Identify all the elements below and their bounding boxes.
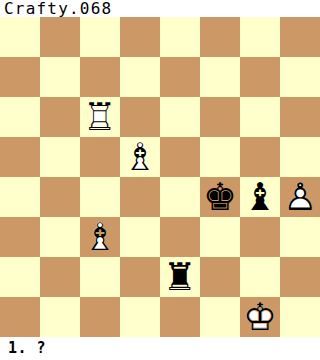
square-d4[interactable]	[120, 177, 160, 217]
square-g1[interactable]: ♚♔	[240, 297, 280, 337]
square-g2[interactable]	[240, 257, 280, 297]
white-bishop-icon[interactable]: ♝♗	[120, 137, 160, 177]
square-f5[interactable]	[200, 137, 240, 177]
square-g8[interactable]	[240, 17, 280, 57]
square-c8[interactable]	[80, 17, 120, 57]
white-bishop-icon[interactable]: ♝♗	[80, 217, 120, 257]
square-c4[interactable]	[80, 177, 120, 217]
black-king-icon[interactable]: ♚	[200, 177, 240, 217]
piece-glyph: ♔	[243, 298, 277, 336]
square-g3[interactable]	[240, 217, 280, 257]
square-g7[interactable]	[240, 57, 280, 97]
square-b5[interactable]	[40, 137, 80, 177]
square-h8[interactable]	[280, 17, 320, 57]
square-e4[interactable]	[160, 177, 200, 217]
square-h2[interactable]	[280, 257, 320, 297]
black-bishop-icon[interactable]: ♝	[240, 177, 280, 217]
square-a8[interactable]	[0, 17, 40, 57]
piece-glyph: ♗	[123, 138, 157, 176]
piece-glyph: ♙	[283, 178, 317, 216]
piece-glyph: ♗	[83, 218, 117, 256]
square-g5[interactable]	[240, 137, 280, 177]
square-c3[interactable]: ♝♗	[80, 217, 120, 257]
square-a3[interactable]	[0, 217, 40, 257]
square-c5[interactable]	[80, 137, 120, 177]
square-b2[interactable]	[40, 257, 80, 297]
square-h4[interactable]: ♟♙	[280, 177, 320, 217]
square-h3[interactable]	[280, 217, 320, 257]
square-f8[interactable]	[200, 17, 240, 57]
square-d1[interactable]	[120, 297, 160, 337]
square-h7[interactable]	[280, 57, 320, 97]
square-d3[interactable]	[120, 217, 160, 257]
square-b1[interactable]	[40, 297, 80, 337]
square-h1[interactable]	[280, 297, 320, 337]
square-f3[interactable]	[200, 217, 240, 257]
square-c6[interactable]: ♜♖	[80, 97, 120, 137]
square-g6[interactable]	[240, 97, 280, 137]
square-e1[interactable]	[160, 297, 200, 337]
square-g4[interactable]: ♝	[240, 177, 280, 217]
square-a5[interactable]	[0, 137, 40, 177]
square-f2[interactable]	[200, 257, 240, 297]
square-d8[interactable]	[120, 17, 160, 57]
square-c2[interactable]	[80, 257, 120, 297]
piece-glyph: ♚	[203, 178, 237, 216]
square-f1[interactable]	[200, 297, 240, 337]
white-rook-icon[interactable]: ♜♖	[80, 97, 120, 137]
square-e2[interactable]: ♜	[160, 257, 200, 297]
square-d6[interactable]	[120, 97, 160, 137]
square-e7[interactable]	[160, 57, 200, 97]
window-title: Crafty.068	[4, 0, 112, 17]
square-c1[interactable]	[80, 297, 120, 337]
square-b6[interactable]	[40, 97, 80, 137]
square-e8[interactable]	[160, 17, 200, 57]
piece-glyph: ♖	[83, 98, 117, 136]
chess-board: ♜♖♝♗♚♝♟♙♝♗♜♚♔	[0, 17, 320, 337]
square-h6[interactable]	[280, 97, 320, 137]
square-b3[interactable]	[40, 217, 80, 257]
square-e5[interactable]	[160, 137, 200, 177]
piece-glyph: ♝	[243, 178, 277, 216]
square-b4[interactable]	[40, 177, 80, 217]
square-b8[interactable]	[40, 17, 80, 57]
square-f7[interactable]	[200, 57, 240, 97]
square-a4[interactable]	[0, 177, 40, 217]
square-f6[interactable]	[200, 97, 240, 137]
square-b7[interactable]	[40, 57, 80, 97]
square-h5[interactable]	[280, 137, 320, 177]
square-a6[interactable]	[0, 97, 40, 137]
square-f4[interactable]: ♚	[200, 177, 240, 217]
square-a1[interactable]	[0, 297, 40, 337]
move-prompt: 1. ?	[8, 337, 46, 359]
black-rook-icon[interactable]: ♜	[160, 257, 200, 297]
square-e6[interactable]	[160, 97, 200, 137]
square-d5[interactable]: ♝♗	[120, 137, 160, 177]
white-king-icon[interactable]: ♚♔	[240, 297, 280, 337]
square-c7[interactable]	[80, 57, 120, 97]
square-a2[interactable]	[0, 257, 40, 297]
square-e3[interactable]	[160, 217, 200, 257]
square-a7[interactable]	[0, 57, 40, 97]
piece-glyph: ♜	[163, 258, 197, 296]
white-pawn-icon[interactable]: ♟♙	[280, 177, 320, 217]
square-d2[interactable]	[120, 257, 160, 297]
square-d7[interactable]	[120, 57, 160, 97]
